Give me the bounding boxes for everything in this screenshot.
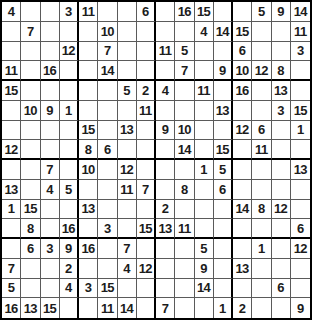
cell-r15c2-empty[interactable] [21,279,40,299]
cell-r2c1-empty[interactable] [2,22,21,42]
cell-r8c5-given: 8 [79,140,98,160]
cell-r9c12-given: 5 [214,160,233,180]
cell-r7c16-given: 1 [291,121,310,141]
cell-r10c15-empty[interactable] [272,180,291,200]
cell-r10c13-empty[interactable] [233,180,252,200]
cell-r15c16-empty[interactable] [291,279,310,299]
cell-r4c5-empty[interactable] [79,61,98,81]
cell-r11c2-given: 15 [21,200,40,220]
cell-r6c8-given: 11 [137,101,156,121]
cell-r5c5-empty[interactable] [79,81,98,101]
cell-r4c10-given: 7 [175,61,194,81]
cell-r9c11-given: 1 [195,160,214,180]
cell-r12c5-empty[interactable] [79,219,98,239]
cell-r1c6-empty[interactable] [98,2,117,22]
cell-r9c8-empty[interactable] [137,160,156,180]
cell-r4c11-empty[interactable] [195,61,214,81]
cell-r1c11-given: 15 [195,2,214,22]
cell-r14c11-given: 9 [195,259,214,279]
cell-r14c4-given: 2 [60,259,79,279]
cell-r4c8-empty[interactable] [137,61,156,81]
cell-r14c3-empty[interactable] [41,259,60,279]
cell-r13c15-empty[interactable] [272,239,291,259]
cell-r8c4-empty[interactable] [60,140,79,160]
cell-r6c7-empty[interactable] [118,101,137,121]
cell-r7c4-empty[interactable] [60,121,79,141]
cell-r13c9-empty[interactable] [156,239,175,259]
cell-r15c5-given: 3 [79,279,98,299]
cell-r10c11-empty[interactable] [195,180,214,200]
cell-r7c6-empty[interactable] [98,121,117,141]
cell-r9c5-given: 10 [79,160,98,180]
cell-r5c14-empty[interactable] [252,81,271,101]
cell-r2c2-given: 7 [21,22,40,42]
cell-r2c5-empty[interactable] [79,22,98,42]
cell-r2c9-empty[interactable] [156,22,175,42]
cell-r11c5-given: 13 [79,200,98,220]
cell-r2c13-given: 15 [233,22,252,42]
cell-r15c3-empty[interactable] [41,279,60,299]
cell-r9c9-empty[interactable] [156,160,175,180]
cell-r7c11-empty[interactable] [195,121,214,141]
cell-r10c8-given: 7 [137,180,156,200]
cell-r2c10-empty[interactable] [175,22,194,42]
cell-r11c14-given: 8 [252,200,271,220]
cell-r6c14-empty[interactable] [252,101,271,121]
cell-r10c3-given: 4 [41,180,60,200]
cell-r12c13-empty[interactable] [233,219,252,239]
cell-r5c13-given: 16 [233,81,252,101]
cell-r13c3-given: 3 [41,239,60,259]
cell-r10c12-given: 6 [214,180,233,200]
cell-r9c15-empty[interactable] [272,160,291,180]
cell-r8c16-empty[interactable] [291,140,310,160]
cell-r7c13-given: 12 [233,121,252,141]
cell-r6c11-empty[interactable] [195,101,214,121]
cell-r7c15-empty[interactable] [272,121,291,141]
cell-r7c14-given: 6 [252,121,271,141]
cell-r14c14-empty[interactable] [252,259,271,279]
cell-r4c3-given: 16 [41,61,60,81]
cell-r13c8-empty[interactable] [137,239,156,259]
cell-r16c15-empty[interactable] [272,298,291,318]
cell-r12c7-empty[interactable] [118,219,137,239]
cell-r16c8-empty[interactable] [137,298,156,318]
cell-r2c6-given: 10 [98,22,117,42]
cell-r5c12-empty[interactable] [214,81,233,101]
cell-r4c15-given: 8 [272,61,291,81]
cell-r6c16-given: 15 [291,101,310,121]
cell-r11c9-given: 2 [156,200,175,220]
cell-r3c8-empty[interactable] [137,42,156,62]
cell-r8c3-empty[interactable] [41,140,60,160]
cell-r4c12-given: 9 [214,61,233,81]
cell-r11c15-given: 12 [272,200,291,220]
cell-r12c11-empty[interactable] [195,219,214,239]
cell-r10c6-empty[interactable] [98,180,117,200]
cell-r15c8-empty[interactable] [137,279,156,299]
cell-r9c10-empty[interactable] [175,160,194,180]
cell-r7c1-empty[interactable] [2,121,21,141]
cell-r5c9-given: 4 [156,81,175,101]
cell-r1c5-given: 11 [79,2,98,22]
cell-r5c7-given: 5 [118,81,137,101]
cell-r13c6-empty[interactable] [98,239,117,259]
cell-r3c3-empty[interactable] [41,42,60,62]
cell-r4c2-empty[interactable] [21,61,40,81]
cell-r8c13-empty[interactable] [233,140,252,160]
cell-r1c9-empty[interactable] [156,2,175,22]
cell-r4c13-given: 10 [233,61,252,81]
cell-r7c2-empty[interactable] [21,121,40,141]
cell-r15c15-given: 6 [272,279,291,299]
cell-r2c7-empty[interactable] [118,22,137,42]
cell-r6c3-given: 9 [41,101,60,121]
cell-r6c13-empty[interactable] [233,101,252,121]
cell-r6c1-empty[interactable] [2,101,21,121]
cell-r2c14-empty[interactable] [252,22,271,42]
cell-r10c7-given: 11 [118,180,137,200]
cell-r1c14-given: 5 [252,2,271,22]
cell-r13c4-given: 9 [60,239,79,259]
cell-r3c14-empty[interactable] [252,42,271,62]
cell-r6c4-given: 1 [60,101,79,121]
cell-r1c16-given: 14 [291,2,310,22]
cell-r4c9-empty[interactable] [156,61,175,81]
cell-r10c14-empty[interactable] [252,180,271,200]
cell-r5c16-empty[interactable] [291,81,310,101]
cell-r5c3-empty[interactable] [41,81,60,101]
cell-r2c3-empty[interactable] [41,22,60,42]
cell-r1c3-empty[interactable] [41,2,60,22]
cell-r7c12-empty[interactable] [214,121,233,141]
cell-r14c13-given: 13 [233,259,252,279]
cell-r11c6-empty[interactable] [98,200,117,220]
cell-r2c16-given: 11 [291,22,310,42]
cell-r15c1-given: 5 [2,279,21,299]
cell-r4c4-empty[interactable] [60,61,79,81]
cell-r14c5-empty[interactable] [79,259,98,279]
cell-r14c2-empty[interactable] [21,259,40,279]
cell-r9c1-empty[interactable] [2,160,21,180]
cell-r3c4-given: 12 [60,42,79,62]
cell-r16c6-given: 11 [98,298,117,318]
cell-r12c14-empty[interactable] [252,219,271,239]
cell-r1c15-given: 9 [272,2,291,22]
cell-r3c13-given: 6 [233,42,252,62]
cell-r4c7-empty[interactable] [118,61,137,81]
cell-r6c9-empty[interactable] [156,101,175,121]
cell-r6c5-empty[interactable] [79,101,98,121]
cell-r11c7-empty[interactable] [118,200,137,220]
hexadoku-page: 4311616155914710414151112711563111614791… [0,0,312,320]
cell-r15c12-empty[interactable] [214,279,233,299]
cell-r13c13-empty[interactable] [233,239,252,259]
cell-r10c5-empty[interactable] [79,180,98,200]
cell-r1c1-given: 4 [2,2,21,22]
cell-r15c6-given: 15 [98,279,117,299]
cell-r11c13-given: 14 [233,200,252,220]
cell-r10c2-empty[interactable] [21,180,40,200]
cell-r8c8-empty[interactable] [137,140,156,160]
cell-r12c4-given: 16 [60,219,79,239]
cell-r16c4-empty[interactable] [60,298,79,318]
cell-r11c10-empty[interactable] [175,200,194,220]
cell-r9c7-given: 12 [118,160,137,180]
cell-r9c16-given: 13 [291,160,310,180]
cell-r16c14-empty[interactable] [252,298,271,318]
cell-r9c3-given: 7 [41,160,60,180]
cell-r11c1-given: 1 [2,200,21,220]
cell-r14c12-empty[interactable] [214,259,233,279]
cell-r15c9-empty[interactable] [156,279,175,299]
cell-r2c11-given: 4 [195,22,214,42]
cell-r15c10-empty[interactable] [175,279,194,299]
cell-r12c8-given: 15 [137,219,156,239]
cell-r12c2-given: 8 [21,219,40,239]
cell-r4c1-given: 11 [2,61,21,81]
cell-r14c9-empty[interactable] [156,259,175,279]
cell-r8c12-given: 15 [214,140,233,160]
cell-r13c16-given: 12 [291,239,310,259]
cell-r16c1-given: 16 [2,298,21,318]
cell-r11c16-empty[interactable] [291,200,310,220]
cell-r4c14-given: 12 [252,61,271,81]
cell-r12c6-given: 3 [98,219,117,239]
cell-r16c7-given: 14 [118,298,137,318]
cell-r9c13-empty[interactable] [233,160,252,180]
cell-r16c3-given: 15 [41,298,60,318]
cell-r13c5-given: 16 [79,239,98,259]
cell-r3c9-given: 11 [156,42,175,62]
cell-r16c12-given: 1 [214,298,233,318]
cell-r6c15-given: 3 [272,101,291,121]
cell-r15c13-empty[interactable] [233,279,252,299]
cell-r10c16-empty[interactable] [291,180,310,200]
cell-r2c15-empty[interactable] [272,22,291,42]
cell-r14c1-given: 7 [2,259,21,279]
cell-r14c16-empty[interactable] [291,259,310,279]
cell-r12c10-given: 11 [175,219,194,239]
cell-r13c12-empty[interactable] [214,239,233,259]
cell-r3c10-given: 5 [175,42,194,62]
cell-r15c7-empty[interactable] [118,279,137,299]
cell-r13c2-given: 6 [21,239,40,259]
cell-r11c4-empty[interactable] [60,200,79,220]
cell-r8c2-empty[interactable] [21,140,40,160]
cell-r12c9-given: 13 [156,219,175,239]
cell-r3c2-empty[interactable] [21,42,40,62]
cell-r3c6-given: 7 [98,42,117,62]
cell-r16c16-given: 9 [291,298,310,318]
cell-r3c12-empty[interactable] [214,42,233,62]
cell-r1c13-empty[interactable] [233,2,252,22]
cell-r7c3-empty[interactable] [41,121,60,141]
cell-r5c1-given: 15 [2,81,21,101]
cell-r14c8-given: 12 [137,259,156,279]
cell-r9c14-empty[interactable] [252,160,271,180]
cell-r10c4-given: 5 [60,180,79,200]
cell-r6c2-given: 10 [21,101,40,121]
cell-r1c7-empty[interactable] [118,2,137,22]
cell-r16c9-given: 7 [156,298,175,318]
cell-r1c12-empty[interactable] [214,2,233,22]
cell-r16c11-empty[interactable] [195,298,214,318]
cell-r8c15-empty[interactable] [272,140,291,160]
cell-r7c10-given: 10 [175,121,194,141]
cell-r4c16-empty[interactable] [291,61,310,81]
cell-r14c6-empty[interactable] [98,259,117,279]
cell-r16c2-given: 13 [21,298,40,318]
cell-r16c5-empty[interactable] [79,298,98,318]
cell-r6c10-empty[interactable] [175,101,194,121]
cell-r12c3-empty[interactable] [41,219,60,239]
cell-r5c10-empty[interactable] [175,81,194,101]
cell-r14c15-empty[interactable] [272,259,291,279]
cell-r15c14-empty[interactable] [252,279,271,299]
cell-r16c13-given: 2 [233,298,252,318]
cell-r9c2-empty[interactable] [21,160,40,180]
cell-r8c9-empty[interactable] [156,140,175,160]
sudoku-board: 4311616155914710414151112711563111614791… [0,0,312,320]
cell-r14c10-empty[interactable] [175,259,194,279]
cell-r13c1-empty[interactable] [2,239,21,259]
cell-r7c5-given: 15 [79,121,98,141]
cell-r5c11-given: 11 [195,81,214,101]
cell-r13c7-given: 7 [118,239,137,259]
cell-r14c7-given: 4 [118,259,137,279]
cell-r9c6-empty[interactable] [98,160,117,180]
cell-r2c8-empty[interactable] [137,22,156,42]
cell-r5c4-empty[interactable] [60,81,79,101]
cell-r1c8-given: 6 [137,2,156,22]
cell-r12c15-empty[interactable] [272,219,291,239]
cell-r1c4-given: 3 [60,2,79,22]
cell-r11c8-empty[interactable] [137,200,156,220]
cell-r6c6-empty[interactable] [98,101,117,121]
cell-r11c12-empty[interactable] [214,200,233,220]
cell-r8c6-given: 6 [98,140,117,160]
cell-r1c10-given: 16 [175,2,194,22]
cell-r1c2-empty[interactable] [21,2,40,22]
cell-r10c1-given: 13 [2,180,21,200]
cell-r3c1-empty[interactable] [2,42,21,62]
cell-r3c16-given: 3 [291,42,310,62]
cell-r8c11-empty[interactable] [195,140,214,160]
cell-r12c1-empty[interactable] [2,219,21,239]
cell-r8c14-given: 11 [252,140,271,160]
cell-r2c4-empty[interactable] [60,22,79,42]
cell-r5c15-given: 13 [272,81,291,101]
cell-r10c10-given: 8 [175,180,194,200]
cell-r7c8-empty[interactable] [137,121,156,141]
cell-r13c11-given: 5 [195,239,214,259]
cell-r13c10-empty[interactable] [175,239,194,259]
cell-r5c2-empty[interactable] [21,81,40,101]
cell-r13c14-given: 1 [252,239,271,259]
cell-r6c12-given: 13 [214,101,233,121]
cell-r5c6-empty[interactable] [98,81,117,101]
cell-r11c11-empty[interactable] [195,200,214,220]
cell-r10c9-empty[interactable] [156,180,175,200]
cell-r11c3-empty[interactable] [41,200,60,220]
cell-r3c5-empty[interactable] [79,42,98,62]
cell-r15c4-given: 4 [60,279,79,299]
cell-r8c1-given: 12 [2,140,21,160]
cell-r2c12-given: 14 [214,22,233,42]
cell-r3c11-empty[interactable] [195,42,214,62]
cell-r3c7-empty[interactable] [118,42,137,62]
cell-r7c9-given: 9 [156,121,175,141]
cell-r12c16-given: 6 [291,219,310,239]
cell-r4c6-given: 14 [98,61,117,81]
cell-r3c15-empty[interactable] [272,42,291,62]
cell-r12c12-empty[interactable] [214,219,233,239]
cell-r8c7-empty[interactable] [118,140,137,160]
cell-r9c4-empty[interactable] [60,160,79,180]
cell-r15c11-given: 14 [195,279,214,299]
cell-r7c7-given: 13 [118,121,137,141]
cell-r5c8-given: 2 [137,81,156,101]
cell-r8c10-given: 14 [175,140,194,160]
cell-r16c10-empty[interactable] [175,298,194,318]
